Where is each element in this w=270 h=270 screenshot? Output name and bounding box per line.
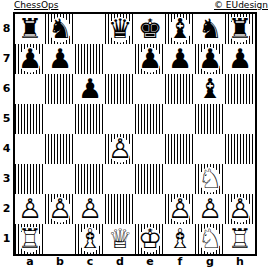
- piece-white-king[interactable]: ♔: [135, 224, 165, 254]
- square-a1[interactable]: ♖: [15, 224, 45, 254]
- square-c2[interactable]: ♙: [75, 194, 105, 224]
- rank-label-6: 6: [0, 74, 13, 104]
- piece-white-rook[interactable]: ♖: [225, 224, 255, 254]
- rank-label-5: 5: [0, 104, 13, 134]
- square-b7[interactable]: ♟: [45, 44, 75, 74]
- square-h8[interactable]: ♜: [225, 14, 255, 44]
- square-g5[interactable]: [195, 104, 225, 134]
- rank-label-1: 1: [0, 224, 13, 254]
- square-b8[interactable]: ♞: [45, 14, 75, 44]
- square-e8[interactable]: ♚: [135, 14, 165, 44]
- square-f4[interactable]: [165, 134, 195, 164]
- chessops-page: ChessOps © EUdesign 87654321 ♜♞♛♚♝♞♜♟♟♟♟…: [0, 0, 270, 270]
- square-e1[interactable]: ♔: [135, 224, 165, 254]
- square-c7[interactable]: [75, 44, 105, 74]
- file-label-h: h: [225, 255, 255, 269]
- file-label-e: e: [135, 255, 165, 269]
- piece-black-pawn[interactable]: ♟: [165, 44, 195, 74]
- square-h1[interactable]: ♖: [225, 224, 255, 254]
- piece-white-queen[interactable]: ♕: [105, 224, 135, 254]
- piece-black-knight[interactable]: ♞: [45, 14, 75, 44]
- square-f7[interactable]: ♟: [165, 44, 195, 74]
- square-a3[interactable]: [15, 164, 45, 194]
- square-h6[interactable]: [225, 74, 255, 104]
- square-f1[interactable]: ♗: [165, 224, 195, 254]
- rank-label-8: 8: [0, 14, 13, 44]
- square-b5[interactable]: [45, 104, 75, 134]
- piece-black-pawn[interactable]: ♟: [15, 44, 45, 74]
- piece-black-pawn[interactable]: ♟: [75, 74, 105, 104]
- piece-white-pawn[interactable]: ♙: [105, 134, 135, 164]
- square-f5[interactable]: [165, 104, 195, 134]
- rank-labels: 87654321: [0, 14, 13, 254]
- file-label-c: c: [75, 255, 105, 269]
- square-g8[interactable]: ♞: [195, 14, 225, 44]
- square-d1[interactable]: ♕: [105, 224, 135, 254]
- square-b2[interactable]: ♙: [45, 194, 75, 224]
- square-c6[interactable]: ♟: [75, 74, 105, 104]
- square-a4[interactable]: [15, 134, 45, 164]
- piece-white-knight[interactable]: ♘: [195, 164, 225, 194]
- square-e4[interactable]: [135, 134, 165, 164]
- rank-label-2: 2: [0, 194, 13, 224]
- square-b1[interactable]: [45, 224, 75, 254]
- square-f3[interactable]: [165, 164, 195, 194]
- piece-black-rook[interactable]: ♜: [225, 14, 255, 44]
- piece-black-bishop[interactable]: ♝: [195, 74, 225, 104]
- square-d3[interactable]: [105, 164, 135, 194]
- piece-black-knight[interactable]: ♞: [195, 14, 225, 44]
- square-d7[interactable]: [105, 44, 135, 74]
- piece-black-rook[interactable]: ♜: [15, 14, 45, 44]
- square-g3[interactable]: ♘: [195, 164, 225, 194]
- piece-black-pawn[interactable]: ♟: [135, 44, 165, 74]
- piece-black-king[interactable]: ♚: [135, 14, 165, 44]
- file-label-d: d: [105, 255, 135, 269]
- square-c3[interactable]: [75, 164, 105, 194]
- piece-black-queen[interactable]: ♛: [105, 14, 135, 44]
- rank-label-7: 7: [0, 44, 13, 74]
- piece-white-bishop[interactable]: ♗: [75, 224, 105, 254]
- piece-white-pawn[interactable]: ♙: [195, 194, 225, 224]
- square-e2[interactable]: [135, 194, 165, 224]
- square-f6[interactable]: [165, 74, 195, 104]
- square-c4[interactable]: [75, 134, 105, 164]
- rank-label-4: 4: [0, 134, 13, 164]
- square-d2[interactable]: [105, 194, 135, 224]
- square-a6[interactable]: [15, 74, 45, 104]
- file-label-b: b: [45, 255, 75, 269]
- square-h4[interactable]: [225, 134, 255, 164]
- square-c8[interactable]: [75, 14, 105, 44]
- square-a8[interactable]: ♜: [15, 14, 45, 44]
- square-e5[interactable]: [135, 104, 165, 134]
- piece-black-pawn[interactable]: ♟: [195, 44, 225, 74]
- square-f8[interactable]: ♝: [165, 14, 195, 44]
- square-h7[interactable]: ♟: [225, 44, 255, 74]
- square-c1[interactable]: ♗: [75, 224, 105, 254]
- square-g4[interactable]: [195, 134, 225, 164]
- square-b6[interactable]: [45, 74, 75, 104]
- piece-black-pawn[interactable]: ♟: [225, 44, 255, 74]
- piece-white-pawn[interactable]: ♙: [15, 194, 45, 224]
- square-f2[interactable]: ♙: [165, 194, 195, 224]
- square-d4[interactable]: ♙: [105, 134, 135, 164]
- piece-white-pawn[interactable]: ♙: [225, 194, 255, 224]
- square-e7[interactable]: ♟: [135, 44, 165, 74]
- piece-white-rook[interactable]: ♖: [15, 224, 45, 254]
- credit-link[interactable]: © EUdesign: [214, 0, 268, 11]
- square-g2[interactable]: ♙: [195, 194, 225, 224]
- square-d6[interactable]: [105, 74, 135, 104]
- file-label-g: g: [195, 255, 225, 269]
- chess-board: ♜♞♛♚♝♞♜♟♟♟♟♟♟♟♝♙♘♙♙♙♙♙♙♖♗♕♔♗♘♖: [13, 12, 257, 256]
- file-label-a: a: [15, 255, 45, 269]
- square-h5[interactable]: [225, 104, 255, 134]
- square-g7[interactable]: ♟: [195, 44, 225, 74]
- piece-black-bishop[interactable]: ♝: [165, 14, 195, 44]
- square-g1[interactable]: ♘: [195, 224, 225, 254]
- square-d8[interactable]: ♛: [105, 14, 135, 44]
- square-a7[interactable]: ♟: [15, 44, 45, 74]
- square-a2[interactable]: ♙: [15, 194, 45, 224]
- square-h3[interactable]: [225, 164, 255, 194]
- square-e6[interactable]: [135, 74, 165, 104]
- square-a5[interactable]: [15, 104, 45, 134]
- square-g6[interactable]: ♝: [195, 74, 225, 104]
- square-e3[interactable]: [135, 164, 165, 194]
- square-c5[interactable]: [75, 104, 105, 134]
- header: ChessOps © EUdesign: [14, 0, 268, 12]
- piece-white-knight[interactable]: ♘: [195, 224, 225, 254]
- piece-white-pawn[interactable]: ♙: [45, 194, 75, 224]
- square-b4[interactable]: [45, 134, 75, 164]
- square-h2[interactable]: ♙: [225, 194, 255, 224]
- piece-white-pawn[interactable]: ♙: [75, 194, 105, 224]
- file-label-f: f: [165, 255, 195, 269]
- file-labels: abcdefgh: [15, 255, 255, 269]
- square-d5[interactable]: [105, 104, 135, 134]
- rank-label-3: 3: [0, 164, 13, 194]
- piece-white-pawn[interactable]: ♙: [165, 194, 195, 224]
- square-b3[interactable]: [45, 164, 75, 194]
- piece-black-pawn[interactable]: ♟: [45, 44, 75, 74]
- piece-white-bishop[interactable]: ♗: [165, 224, 195, 254]
- app-title-link[interactable]: ChessOps: [14, 0, 58, 11]
